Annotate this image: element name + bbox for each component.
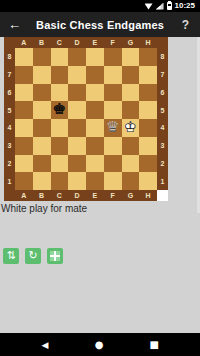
square-g1[interactable]	[122, 172, 140, 190]
square-h6[interactable]	[139, 84, 157, 102]
restart-icon: ↻	[28, 248, 37, 264]
board-corner	[157, 37, 168, 48]
square-h8[interactable]	[139, 48, 157, 66]
square-f1[interactable]	[104, 172, 122, 190]
flip-board-button[interactable]: ⇅	[3, 248, 19, 264]
square-a5[interactable]	[15, 101, 33, 119]
square-d3[interactable]	[68, 137, 86, 155]
grid-plus-icon	[50, 251, 60, 261]
rank-label-6-right: 6	[157, 84, 168, 102]
square-f2[interactable]	[104, 155, 122, 173]
square-f8[interactable]	[104, 48, 122, 66]
square-h7[interactable]	[139, 66, 157, 84]
square-d8[interactable]	[68, 48, 86, 66]
square-b6[interactable]	[33, 84, 51, 102]
square-e7[interactable]	[86, 66, 104, 84]
square-h3[interactable]	[139, 137, 157, 155]
square-f5[interactable]	[104, 101, 122, 119]
square-a4[interactable]	[15, 119, 33, 137]
square-g5[interactable]	[122, 101, 140, 119]
back-arrow-icon[interactable]: ←	[8, 17, 26, 32]
file-label-h: H	[139, 37, 157, 48]
square-g4[interactable]: ♚♔	[122, 119, 140, 137]
square-e3[interactable]	[86, 137, 104, 155]
square-d7[interactable]	[68, 66, 86, 84]
square-a6[interactable]	[15, 84, 33, 102]
wifi-icon	[145, 3, 153, 10]
help-button[interactable]: ?	[179, 18, 192, 32]
square-a8[interactable]	[15, 48, 33, 66]
square-h4[interactable]	[139, 119, 157, 137]
rank-label-6-left: 6	[4, 84, 15, 102]
square-b2[interactable]	[33, 155, 51, 173]
rank-label-4-right: 4	[157, 119, 168, 137]
file-label-c: C	[51, 190, 69, 201]
app-title: Basic Chess Endgames	[36, 19, 179, 31]
board-corner	[4, 190, 15, 201]
square-c3[interactable]	[51, 137, 69, 155]
square-f3[interactable]	[104, 137, 122, 155]
android-nav-bar: ◀ ● ■	[0, 333, 200, 356]
file-label-e: E	[86, 37, 104, 48]
file-label-d: D	[68, 37, 86, 48]
square-a2[interactable]	[15, 155, 33, 173]
rank-label-5-right: 5	[157, 101, 168, 119]
square-b4[interactable]	[33, 119, 51, 137]
file-label-b: B	[33, 190, 51, 201]
file-label-a: A	[15, 37, 33, 48]
square-c6[interactable]	[51, 84, 69, 102]
square-b5[interactable]	[33, 101, 51, 119]
file-label-g: G	[122, 190, 140, 201]
square-h1[interactable]	[139, 172, 157, 190]
square-h2[interactable]	[139, 155, 157, 173]
rank-label-8-left: 8	[4, 48, 15, 66]
rank-label-2-right: 2	[157, 155, 168, 173]
square-d6[interactable]	[68, 84, 86, 102]
square-h5[interactable]	[139, 101, 157, 119]
rank-label-1-right: 1	[157, 172, 168, 190]
status-time: 10:25	[175, 0, 195, 12]
square-a7[interactable]	[15, 66, 33, 84]
board-setup-button[interactable]	[47, 248, 63, 264]
nav-back-icon[interactable]: ◀	[41, 334, 48, 355]
cellular-signal-icon	[156, 3, 164, 10]
square-c1[interactable]	[51, 172, 69, 190]
square-b7[interactable]	[33, 66, 51, 84]
square-e4[interactable]	[86, 119, 104, 137]
status-bar: 10:25	[0, 0, 200, 12]
toolbar: ⇅ ↻	[3, 248, 200, 264]
square-d4[interactable]	[68, 119, 86, 137]
puzzle-caption: White play for mate	[1, 203, 200, 214]
square-c4[interactable]	[51, 119, 69, 137]
square-f7[interactable]	[104, 66, 122, 84]
restart-button[interactable]: ↻	[25, 248, 41, 264]
square-a3[interactable]	[15, 137, 33, 155]
board-corner-white	[157, 190, 168, 201]
square-g6[interactable]	[122, 84, 140, 102]
square-c7[interactable]	[51, 66, 69, 84]
square-g2[interactable]	[122, 155, 140, 173]
rank-label-7-right: 7	[157, 66, 168, 84]
nav-recents-icon[interactable]: ■	[149, 333, 158, 356]
file-label-g: G	[122, 37, 140, 48]
rank-label-1-left: 1	[4, 172, 15, 190]
rank-label-3-left: 3	[4, 137, 15, 155]
square-d2[interactable]	[68, 155, 86, 173]
rank-label-7-left: 7	[4, 66, 15, 84]
square-g8[interactable]	[122, 48, 140, 66]
battery-icon	[167, 2, 172, 10]
rank-label-5-left: 5	[4, 101, 15, 119]
rank-label-3-right: 3	[157, 137, 168, 155]
square-c2[interactable]	[51, 155, 69, 173]
square-b3[interactable]	[33, 137, 51, 155]
square-e1[interactable]	[86, 172, 104, 190]
white-king-outline: ♔	[122, 119, 140, 137]
file-label-f: F	[104, 37, 122, 48]
square-d5[interactable]	[68, 101, 86, 119]
square-a1[interactable]	[15, 172, 33, 190]
file-label-f: F	[104, 190, 122, 201]
square-e5[interactable]	[86, 101, 104, 119]
file-label-c: C	[51, 37, 69, 48]
scrollbar[interactable]	[197, 37, 200, 213]
white-queen-outline: ♕	[104, 119, 122, 137]
rank-label-8-right: 8	[157, 48, 168, 66]
square-e6[interactable]	[86, 84, 104, 102]
chess-board: ABCDEFGH8877665♚♔54♛♕♚♔4332211ABCDEFGH	[4, 37, 168, 201]
square-b1[interactable]	[33, 172, 51, 190]
swap-vertical-icon: ⇅	[6, 248, 15, 264]
black-king-outline: ♔	[51, 101, 69, 119]
square-c5[interactable]: ♚♔	[51, 101, 69, 119]
file-label-a: A	[15, 190, 33, 201]
file-label-h: H	[139, 190, 157, 201]
square-g7[interactable]	[122, 66, 140, 84]
board-container: ABCDEFGH8877665♚♔54♛♕♚♔4332211ABCDEFGH	[4, 37, 200, 201]
rank-label-4-left: 4	[4, 119, 15, 137]
square-g3[interactable]	[122, 137, 140, 155]
square-e8[interactable]	[86, 48, 104, 66]
square-f6[interactable]	[104, 84, 122, 102]
square-b8[interactable]	[33, 48, 51, 66]
board-corner	[4, 37, 15, 48]
square-e2[interactable]	[86, 155, 104, 173]
file-label-b: B	[33, 37, 51, 48]
nav-home-icon[interactable]: ●	[95, 333, 104, 356]
square-d1[interactable]	[68, 172, 86, 190]
file-label-d: D	[68, 190, 86, 201]
square-f4[interactable]: ♛♕	[104, 119, 122, 137]
file-label-e: E	[86, 190, 104, 201]
square-c8[interactable]	[51, 48, 69, 66]
rank-label-2-left: 2	[4, 155, 15, 173]
app-bar: ← Basic Chess Endgames ?	[0, 12, 200, 37]
